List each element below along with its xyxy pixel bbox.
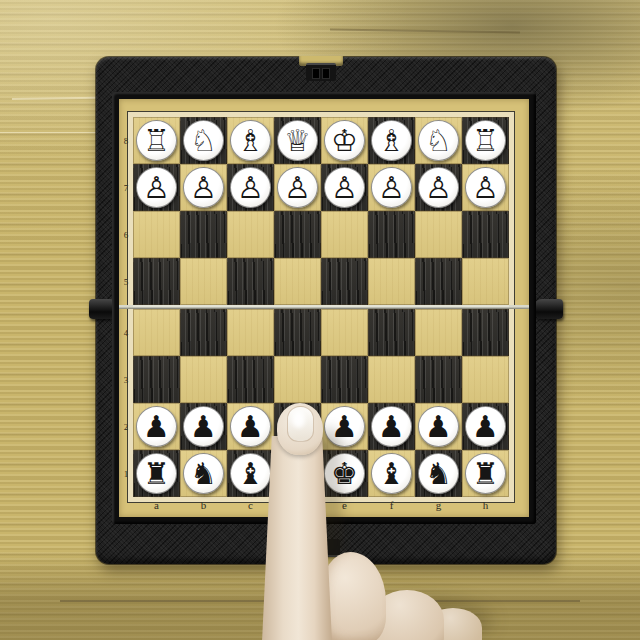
white-piece-glyph: ♖ [472, 121, 499, 160]
black-piece-glyph: ♟ [190, 407, 217, 446]
rank-label-5: 5 [119, 258, 133, 305]
square-e3[interactable] [321, 356, 368, 403]
piece-e7[interactable]: ♙ [324, 167, 365, 208]
white-piece-glyph: ♘ [425, 121, 452, 160]
square-g2[interactable]: ♟ [415, 403, 462, 450]
square-b7[interactable]: ♙ [180, 164, 227, 211]
white-piece-glyph: ♙ [378, 168, 405, 207]
piece-g7[interactable]: ♙ [418, 167, 459, 208]
piece-d8[interactable]: ♕ [277, 120, 318, 161]
white-piece-glyph: ♔ [331, 121, 358, 160]
square-d7[interactable]: ♙ [274, 164, 321, 211]
fingertip-shadow [300, 440, 332, 454]
rank-label-1: 1 [119, 450, 133, 497]
white-piece-glyph: ♙ [425, 168, 452, 207]
square-h4[interactable] [462, 309, 509, 356]
black-piece-glyph: ♞ [425, 454, 452, 493]
piece-c1[interactable]: ♝ [230, 453, 271, 494]
rank-label-4: 4 [119, 309, 133, 356]
black-piece-glyph: ♝ [237, 454, 264, 493]
white-piece-glyph: ♙ [472, 168, 499, 207]
square-c1[interactable]: ♝ [227, 450, 274, 497]
rank-label-3: 3 [119, 356, 133, 403]
square-g6[interactable] [415, 211, 462, 258]
white-piece-glyph: ♙ [284, 168, 311, 207]
square-d6[interactable] [274, 211, 321, 258]
scene: 87654321 abcdefgh ♖♘♗♕♔♗♘♖♙♙♙♙♙♙♙♙♟♟♟♟♟♟… [0, 0, 640, 640]
piece-d1[interactable]: ♛ [277, 453, 318, 494]
square-e5[interactable] [321, 258, 368, 305]
square-g3[interactable] [415, 356, 462, 403]
piece-b2[interactable]: ♟ [183, 406, 224, 447]
square-g7[interactable]: ♙ [415, 164, 462, 211]
black-piece-glyph: ♞ [190, 454, 217, 493]
black-piece-glyph: ♟ [378, 407, 405, 446]
file-label-b: b [180, 497, 227, 515]
square-b4[interactable] [180, 309, 227, 356]
square-d3[interactable] [274, 356, 321, 403]
piece-h7[interactable]: ♙ [465, 167, 506, 208]
piece-h2[interactable]: ♟ [465, 406, 506, 447]
square-g1[interactable]: ♞ [415, 450, 462, 497]
hand-shadow [332, 598, 492, 640]
square-b2[interactable]: ♟ [180, 403, 227, 450]
piece-g8[interactable]: ♘ [418, 120, 459, 161]
hinge-pin-right [534, 299, 563, 319]
black-piece-glyph: ♛ [284, 454, 311, 493]
piece-d7[interactable]: ♙ [277, 167, 318, 208]
board-fold-line [509, 305, 529, 309]
white-piece-glyph: ♗ [378, 121, 405, 160]
square-g8[interactable]: ♘ [415, 117, 462, 164]
piece-b8[interactable]: ♘ [183, 120, 224, 161]
black-piece-glyph: ♟ [143, 407, 170, 446]
square-a5[interactable] [133, 258, 180, 305]
square-g4[interactable] [415, 309, 462, 356]
black-piece-glyph: ♜ [472, 454, 499, 493]
piece-b7[interactable]: ♙ [183, 167, 224, 208]
square-h3[interactable] [462, 356, 509, 403]
square-f2[interactable]: ♟ [368, 403, 415, 450]
black-piece-glyph: ♟ [472, 407, 499, 446]
black-piece-glyph: ♜ [143, 454, 170, 493]
piece-h8[interactable]: ♖ [465, 120, 506, 161]
square-b5[interactable] [180, 258, 227, 305]
square-a2[interactable]: ♟ [133, 403, 180, 450]
square-h8[interactable]: ♖ [462, 117, 509, 164]
square-h2[interactable]: ♟ [462, 403, 509, 450]
square-f8[interactable]: ♗ [368, 117, 415, 164]
file-label-f: f [368, 497, 415, 515]
square-f6[interactable] [368, 211, 415, 258]
square-a3[interactable] [133, 356, 180, 403]
square-b3[interactable] [180, 356, 227, 403]
square-h5[interactable] [462, 258, 509, 305]
square-b6[interactable] [180, 211, 227, 258]
square-f4[interactable] [368, 309, 415, 356]
black-piece-glyph: ♝ [378, 454, 405, 493]
square-e7[interactable]: ♙ [321, 164, 368, 211]
square-a4[interactable] [133, 309, 180, 356]
square-c6[interactable] [227, 211, 274, 258]
piece-b1[interactable]: ♞ [183, 453, 224, 494]
wood-scratch [60, 600, 580, 602]
piece-f8[interactable]: ♗ [371, 120, 412, 161]
square-b8[interactable]: ♘ [180, 117, 227, 164]
white-piece-glyph: ♘ [190, 121, 217, 160]
square-a6[interactable] [133, 211, 180, 258]
square-c8[interactable]: ♗ [227, 117, 274, 164]
square-f3[interactable] [368, 356, 415, 403]
square-e6[interactable] [321, 211, 368, 258]
rank-label-7: 7 [119, 164, 133, 211]
square-h1[interactable]: ♜ [462, 450, 509, 497]
rank-label-6: 6 [119, 211, 133, 258]
square-c2[interactable]: ♟ [227, 403, 274, 450]
file-label-h: h [462, 497, 509, 515]
piece-a1[interactable]: ♜ [136, 453, 177, 494]
square-h7[interactable]: ♙ [462, 164, 509, 211]
latch-slot [312, 68, 320, 79]
board-fold-line [119, 305, 133, 309]
white-piece-glyph: ♗ [237, 121, 264, 160]
piece-h1[interactable]: ♜ [465, 453, 506, 494]
piece-c8[interactable]: ♗ [230, 120, 271, 161]
square-d5[interactable] [274, 258, 321, 305]
square-d4[interactable] [274, 309, 321, 356]
file-label-c: c [227, 497, 274, 515]
white-piece-glyph: ♙ [237, 168, 264, 207]
square-c4[interactable] [227, 309, 274, 356]
square-e8[interactable]: ♔ [321, 117, 368, 164]
square-d8[interactable]: ♕ [274, 117, 321, 164]
square-f5[interactable] [368, 258, 415, 305]
file-label-a: a [133, 497, 180, 515]
square-c5[interactable] [227, 258, 274, 305]
white-piece-glyph: ♕ [284, 121, 311, 160]
square-f7[interactable]: ♙ [368, 164, 415, 211]
black-piece-glyph: ♟ [237, 407, 264, 446]
square-d1[interactable]: ♛ [274, 450, 321, 497]
square-a1[interactable]: ♜ [133, 450, 180, 497]
piece-f1[interactable]: ♝ [371, 453, 412, 494]
square-c3[interactable] [227, 356, 274, 403]
piece-c7[interactable]: ♙ [230, 167, 271, 208]
latch-slot [322, 68, 330, 79]
white-piece-glyph: ♙ [331, 168, 358, 207]
file-label-g: g [415, 497, 462, 515]
square-c7[interactable]: ♙ [227, 164, 274, 211]
piece-g2[interactable]: ♟ [418, 406, 459, 447]
file-label-d: d [274, 497, 321, 515]
case-latch-top[interactable] [306, 63, 336, 81]
piece-e8[interactable]: ♔ [324, 120, 365, 161]
black-piece-glyph: ♟ [425, 407, 452, 446]
piece-g1[interactable]: ♞ [418, 453, 459, 494]
piece-a8[interactable]: ♖ [136, 120, 177, 161]
rank-label-2: 2 [119, 403, 133, 450]
white-piece-glyph: ♖ [143, 121, 170, 160]
square-a8[interactable]: ♖ [133, 117, 180, 164]
piece-a2[interactable]: ♟ [136, 406, 177, 447]
square-h6[interactable] [462, 211, 509, 258]
rank-label-8: 8 [119, 117, 133, 164]
piece-c2[interactable]: ♟ [230, 406, 271, 447]
white-piece-glyph: ♙ [143, 168, 170, 207]
piece-a7[interactable]: ♙ [136, 167, 177, 208]
wood-scratch [330, 29, 520, 34]
square-b1[interactable]: ♞ [180, 450, 227, 497]
square-e4[interactable] [321, 309, 368, 356]
piece-f7[interactable]: ♙ [371, 167, 412, 208]
piece-f2[interactable]: ♟ [371, 406, 412, 447]
square-f1[interactable]: ♝ [368, 450, 415, 497]
square-g5[interactable] [415, 258, 462, 305]
white-piece-glyph: ♙ [190, 168, 217, 207]
square-a7[interactable]: ♙ [133, 164, 180, 211]
